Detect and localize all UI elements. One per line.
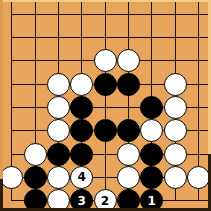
white-stone [164, 119, 187, 142]
black-stone [94, 119, 117, 142]
move-number-label: 3 [78, 195, 86, 207]
move-number-label: 1 [148, 195, 156, 207]
white-stone [164, 143, 187, 166]
board-frame-right [208, 0, 211, 211]
move-number-label: 4 [78, 171, 86, 183]
white-stone [117, 49, 140, 72]
white-stone [117, 166, 140, 189]
board-frame-bottom [0, 208, 211, 211]
board-frame-top [0, 0, 211, 2]
black-stone [24, 166, 47, 189]
black-stone [47, 143, 70, 166]
black-stone [140, 143, 163, 166]
black-stone [70, 119, 93, 142]
white-stone [164, 73, 187, 96]
move-number-label: 2 [101, 195, 109, 207]
black-stone [140, 96, 163, 119]
black-stone [140, 166, 163, 189]
black-stone [70, 96, 93, 119]
black-stone [70, 143, 93, 166]
white-stone [164, 96, 187, 119]
white-stone [0, 166, 23, 189]
white-stone [47, 96, 70, 119]
black-stone [117, 73, 140, 96]
go-board: 4321 [0, 0, 211, 211]
white-stone [94, 49, 117, 72]
grid-line-horizontal [11, 37, 208, 38]
board-frame-left [0, 0, 3, 211]
grid-line-horizontal [11, 14, 208, 15]
grid-line-vertical [105, 2, 106, 201]
white-stone [47, 166, 70, 189]
white-stone [24, 143, 47, 166]
white-stone [117, 143, 140, 166]
white-stone: 4 [70, 166, 93, 189]
white-stone [140, 119, 163, 142]
black-stone [117, 119, 140, 142]
white-stone [70, 73, 93, 96]
white-stone [187, 166, 210, 189]
white-stone [164, 166, 187, 189]
white-stone [47, 119, 70, 142]
white-stone [47, 73, 70, 96]
black-stone [94, 73, 117, 96]
